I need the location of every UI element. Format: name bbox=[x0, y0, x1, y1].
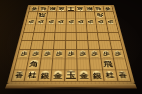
square-6i[interactable]: 金 bbox=[52, 70, 65, 81]
square-3a[interactable]: 銀 bbox=[85, 6, 94, 12]
square-2c[interactable]: 歩 bbox=[96, 18, 106, 24]
piece-gote-king[interactable]: 王 bbox=[67, 6, 75, 11]
piece-gote-gold[interactable]: 金 bbox=[77, 6, 84, 11]
piece-sente-silver[interactable]: 銀 bbox=[91, 71, 102, 81]
piece-sente-pawn[interactable]: 歩 bbox=[90, 51, 99, 58]
square-9f[interactable] bbox=[20, 41, 32, 49]
piece-gote-pawn[interactable]: 歩 bbox=[87, 19, 94, 24]
square-6f[interactable] bbox=[54, 41, 65, 49]
square-2d[interactable] bbox=[97, 25, 108, 32]
square-2f[interactable] bbox=[99, 41, 111, 49]
piece-sente-knight[interactable]: 桂 bbox=[105, 71, 116, 80]
piece-sente-pawn[interactable]: 歩 bbox=[19, 51, 28, 58]
square-3d[interactable] bbox=[87, 25, 97, 32]
square-7h[interactable] bbox=[40, 59, 53, 69]
square-9c[interactable]: 歩 bbox=[26, 18, 37, 24]
square-3c[interactable]: 歩 bbox=[86, 18, 96, 24]
piece-gote-lance[interactable]: 香 bbox=[104, 6, 111, 11]
square-7d[interactable] bbox=[45, 25, 55, 32]
square-7f[interactable] bbox=[43, 41, 54, 49]
board-shadow bbox=[4, 87, 138, 93]
shogi-board[interactable]: 香桂銀金王金銀桂香飛角歩歩歩歩歩歩歩歩歩歩歩歩歩歩歩歩歩歩角飛香桂銀金玉金銀桂香 bbox=[11, 6, 132, 82]
square-7b[interactable] bbox=[47, 12, 57, 18]
square-4b[interactable] bbox=[76, 12, 85, 18]
square-9h[interactable] bbox=[15, 59, 29, 69]
square-8c[interactable]: 歩 bbox=[36, 18, 46, 24]
piece-sente-rook[interactable]: 飛 bbox=[102, 60, 114, 69]
square-5e[interactable] bbox=[66, 33, 76, 41]
piece-sente-pawn[interactable]: 歩 bbox=[31, 51, 40, 58]
square-1e[interactable] bbox=[108, 33, 120, 41]
piece-gote-silver[interactable]: 銀 bbox=[86, 6, 94, 11]
piece-sente-lance[interactable]: 香 bbox=[117, 71, 128, 80]
square-6g[interactable]: 歩 bbox=[53, 50, 64, 59]
square-4d[interactable] bbox=[76, 25, 86, 32]
piece-gote-pawn[interactable]: 歩 bbox=[58, 19, 65, 24]
square-2h[interactable]: 飛 bbox=[102, 59, 115, 69]
square-6h[interactable] bbox=[53, 59, 65, 69]
square-7i[interactable]: 銀 bbox=[38, 70, 51, 81]
square-8h[interactable]: 角 bbox=[27, 59, 40, 69]
piece-gote-pawn[interactable]: 歩 bbox=[97, 19, 104, 24]
square-6a[interactable]: 金 bbox=[57, 6, 66, 12]
piece-gote-pawn[interactable]: 歩 bbox=[107, 19, 115, 24]
piece-sente-pawn[interactable]: 歩 bbox=[55, 51, 63, 58]
board-wood-surface: 香桂銀金王金銀桂香飛角歩歩歩歩歩歩歩歩歩歩歩歩歩歩歩歩歩歩角飛香桂銀金玉金銀桂香 bbox=[7, 5, 135, 84]
square-4e[interactable] bbox=[77, 33, 87, 41]
photo-layer: 香桂銀金王金銀桂香飛角歩歩歩歩歩歩歩歩歩歩歩歩歩歩歩歩歩歩角飛香桂銀金玉金銀桂香 bbox=[0, 0, 142, 94]
square-3g[interactable]: 歩 bbox=[89, 50, 101, 59]
square-7g[interactable]: 歩 bbox=[41, 50, 53, 59]
square-1f[interactable] bbox=[110, 41, 122, 49]
square-6e[interactable] bbox=[55, 33, 65, 41]
square-7a[interactable]: 銀 bbox=[48, 6, 57, 12]
square-5h[interactable] bbox=[65, 59, 77, 69]
square-3e[interactable] bbox=[87, 33, 98, 41]
piece-gote-pawn[interactable]: 歩 bbox=[68, 19, 75, 24]
square-3h[interactable] bbox=[90, 59, 103, 69]
square-1b[interactable] bbox=[104, 12, 114, 18]
square-2g[interactable]: 歩 bbox=[100, 50, 112, 59]
square-4c[interactable]: 歩 bbox=[76, 18, 86, 24]
piece-gote-silver[interactable]: 銀 bbox=[49, 6, 57, 11]
square-4i[interactable]: 金 bbox=[78, 70, 91, 81]
board-perspective-wrapper: 香桂銀金王金銀桂香飛角歩歩歩歩歩歩歩歩歩歩歩歩歩歩歩歩歩歩角飛香桂銀金玉金銀桂香 bbox=[7, 5, 135, 84]
piece-sente-pawn[interactable]: 歩 bbox=[102, 51, 111, 58]
square-3i[interactable]: 銀 bbox=[90, 70, 103, 81]
square-2a[interactable]: 桂 bbox=[94, 6, 103, 12]
piece-sente-gold[interactable]: 金 bbox=[53, 71, 64, 81]
square-9d[interactable] bbox=[24, 25, 35, 32]
square-8e[interactable] bbox=[33, 33, 44, 41]
square-5f[interactable] bbox=[66, 41, 77, 49]
square-9e[interactable] bbox=[22, 33, 34, 41]
piece-sente-king[interactable]: 玉 bbox=[65, 70, 77, 81]
square-1g[interactable]: 歩 bbox=[112, 50, 125, 59]
square-1h[interactable] bbox=[114, 59, 128, 69]
square-9i[interactable]: 香 bbox=[12, 70, 26, 81]
square-7e[interactable] bbox=[44, 33, 55, 41]
piece-sente-knight[interactable]: 桂 bbox=[27, 71, 38, 80]
square-6c[interactable]: 歩 bbox=[56, 18, 66, 24]
piece-gote-knight[interactable]: 桂 bbox=[95, 6, 102, 11]
square-5c[interactable]: 歩 bbox=[66, 18, 75, 24]
piece-sente-pawn[interactable]: 歩 bbox=[67, 51, 75, 58]
square-5i[interactable]: 玉 bbox=[65, 70, 77, 81]
square-8i[interactable]: 桂 bbox=[25, 70, 39, 81]
square-4a[interactable]: 金 bbox=[76, 6, 85, 12]
square-8g[interactable]: 歩 bbox=[29, 50, 41, 59]
piece-gote-pawn[interactable]: 歩 bbox=[37, 19, 44, 24]
piece-gote-bishop[interactable]: 角 bbox=[95, 12, 104, 18]
square-8d[interactable] bbox=[35, 25, 46, 32]
piece-gote-pawn[interactable]: 歩 bbox=[47, 19, 54, 24]
piece-sente-gold[interactable]: 金 bbox=[79, 71, 90, 81]
piece-gote-knight[interactable]: 桂 bbox=[40, 6, 47, 11]
square-3f[interactable] bbox=[88, 41, 99, 49]
square-1d[interactable] bbox=[107, 25, 118, 32]
piece-sente-bishop[interactable]: 角 bbox=[28, 60, 40, 69]
square-1i[interactable]: 香 bbox=[116, 70, 130, 81]
square-9g[interactable]: 歩 bbox=[17, 50, 30, 59]
square-8b[interactable]: 飛 bbox=[37, 12, 47, 18]
square-3b[interactable] bbox=[85, 12, 95, 18]
square-9b[interactable] bbox=[28, 12, 38, 18]
piece-gote-lance[interactable]: 香 bbox=[30, 6, 37, 11]
piece-sente-silver[interactable]: 銀 bbox=[39, 71, 50, 81]
piece-gote-rook[interactable]: 飛 bbox=[38, 12, 47, 18]
square-5a[interactable]: 王 bbox=[67, 6, 76, 12]
square-9a[interactable]: 香 bbox=[29, 6, 39, 12]
piece-sente-pawn[interactable]: 歩 bbox=[43, 51, 52, 58]
square-4g[interactable]: 歩 bbox=[77, 50, 88, 59]
square-4h[interactable] bbox=[77, 59, 89, 69]
piece-gote-gold[interactable]: 金 bbox=[58, 6, 65, 11]
shogi-photo-scene: 香桂銀金王金銀桂香飛角歩歩歩歩歩歩歩歩歩歩歩歩歩歩歩歩歩歩角飛香桂銀金玉金銀桂香 bbox=[0, 0, 142, 94]
square-4f[interactable] bbox=[77, 41, 88, 49]
piece-sente-lance[interactable]: 香 bbox=[14, 71, 25, 80]
square-5b[interactable] bbox=[66, 12, 75, 18]
piece-gote-pawn[interactable]: 歩 bbox=[27, 19, 35, 24]
square-8f[interactable] bbox=[31, 41, 43, 49]
square-8a[interactable]: 桂 bbox=[39, 6, 48, 12]
piece-gote-pawn[interactable]: 歩 bbox=[78, 19, 85, 24]
square-5d[interactable] bbox=[66, 25, 76, 32]
square-5g[interactable]: 歩 bbox=[65, 50, 76, 59]
square-2e[interactable] bbox=[98, 33, 109, 41]
square-2i[interactable]: 桂 bbox=[103, 70, 117, 81]
piece-sente-pawn[interactable]: 歩 bbox=[79, 51, 87, 58]
piece-sente-pawn[interactable]: 歩 bbox=[113, 51, 122, 58]
square-6b[interactable] bbox=[57, 12, 66, 18]
square-1a[interactable]: 香 bbox=[103, 6, 113, 12]
square-2b[interactable]: 角 bbox=[95, 12, 105, 18]
square-6d[interactable] bbox=[56, 25, 66, 32]
square-1c[interactable]: 歩 bbox=[106, 18, 117, 24]
square-7c[interactable]: 歩 bbox=[46, 18, 56, 24]
